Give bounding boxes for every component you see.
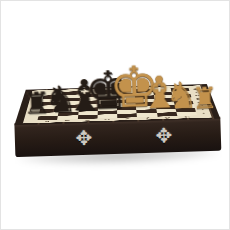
pieces-row: ♜♞♝♚♚♝♞♜ <box>12 45 222 175</box>
product-photo: { "game": "chess", "scene": { "type": "p… <box>0 0 230 230</box>
chess-box: abcdefgh 12345678 ✥ ✥ ♜♞♝♚♚♝♞♜ <box>12 45 222 175</box>
piece-white-rook: ♜ <box>191 84 218 114</box>
